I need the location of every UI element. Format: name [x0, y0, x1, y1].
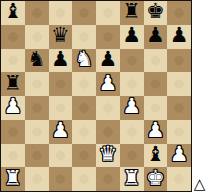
square-c2[interactable] [49, 144, 73, 168]
piece-black-pawn[interactable]: ♟ [51, 49, 70, 70]
square-f2[interactable] [120, 144, 144, 168]
square-g8[interactable]: ♚ [144, 1, 168, 25]
chess-board: ♝♜♚♛♟♟♟♞♟♞♟♜♟♟♟♟♟♛♝♟♜♜♚ [0, 0, 192, 192]
square-e6[interactable]: ♟ [96, 49, 120, 73]
square-d7[interactable] [72, 25, 96, 49]
piece-white-pawn[interactable]: ♟ [98, 73, 117, 94]
square-c7[interactable]: ♛ [49, 25, 73, 49]
square-e8[interactable] [96, 1, 120, 25]
square-a8[interactable]: ♝ [1, 1, 25, 25]
square-g3[interactable]: ♟ [144, 120, 168, 144]
piece-black-king[interactable]: ♚ [146, 1, 165, 22]
square-c8[interactable] [49, 1, 73, 25]
square-g6[interactable] [144, 49, 168, 73]
square-g1[interactable]: ♚ [144, 167, 168, 191]
piece-white-pawn[interactable]: ♟ [122, 96, 141, 117]
square-e3[interactable] [96, 120, 120, 144]
piece-black-pawn[interactable]: ♟ [170, 25, 189, 46]
square-e4[interactable] [96, 96, 120, 120]
square-b4[interactable] [25, 96, 49, 120]
square-h5[interactable] [167, 72, 191, 96]
square-f8[interactable]: ♜ [120, 1, 144, 25]
square-f3[interactable] [120, 120, 144, 144]
square-h8[interactable] [167, 1, 191, 25]
square-b3[interactable] [25, 120, 49, 144]
square-a1[interactable]: ♜ [1, 167, 25, 191]
square-h6[interactable] [167, 49, 191, 73]
square-f4[interactable]: ♟ [120, 96, 144, 120]
piece-black-knight[interactable]: ♞ [27, 49, 46, 70]
square-d1[interactable] [72, 167, 96, 191]
square-f5[interactable] [120, 72, 144, 96]
piece-white-pawn[interactable]: ♟ [51, 120, 70, 141]
square-c4[interactable] [49, 96, 73, 120]
square-f7[interactable]: ♟ [120, 25, 144, 49]
square-e1[interactable] [96, 167, 120, 191]
square-c3[interactable]: ♟ [49, 120, 73, 144]
square-h2[interactable]: ♟ [167, 144, 191, 168]
side-to-move-panel: △ [192, 0, 207, 192]
piece-white-pawn[interactable]: ♟ [146, 120, 165, 141]
square-b1[interactable] [25, 167, 49, 191]
piece-white-rook[interactable]: ♜ [3, 168, 22, 189]
square-d5[interactable] [72, 72, 96, 96]
square-d4[interactable] [72, 96, 96, 120]
square-a2[interactable] [1, 144, 25, 168]
square-b5[interactable] [25, 72, 49, 96]
square-h1[interactable] [167, 167, 191, 191]
square-a6[interactable] [1, 49, 25, 73]
piece-white-king[interactable]: ♚ [146, 168, 165, 189]
square-g5[interactable] [144, 72, 168, 96]
piece-black-bishop[interactable]: ♝ [146, 144, 165, 165]
piece-black-queen[interactable]: ♛ [51, 25, 70, 46]
piece-white-pawn[interactable]: ♟ [170, 144, 189, 165]
square-h4[interactable] [167, 96, 191, 120]
square-d6[interactable]: ♞ [72, 49, 96, 73]
square-c6[interactable]: ♟ [49, 49, 73, 73]
square-f1[interactable]: ♜ [120, 167, 144, 191]
square-c1[interactable] [49, 167, 73, 191]
square-b8[interactable] [25, 1, 49, 25]
piece-black-rook[interactable]: ♜ [122, 1, 141, 22]
square-c5[interactable] [49, 72, 73, 96]
piece-black-pawn[interactable]: ♟ [98, 49, 117, 70]
square-e7[interactable] [96, 25, 120, 49]
square-a5[interactable]: ♜ [1, 72, 25, 96]
square-g4[interactable] [144, 96, 168, 120]
square-b6[interactable]: ♞ [25, 49, 49, 73]
piece-black-pawn[interactable]: ♟ [146, 25, 165, 46]
piece-black-pawn[interactable]: ♟ [122, 25, 141, 46]
square-g7[interactable]: ♟ [144, 25, 168, 49]
square-g2[interactable]: ♝ [144, 144, 168, 168]
piece-white-pawn[interactable]: ♟ [3, 96, 22, 117]
square-d2[interactable] [72, 144, 96, 168]
square-b2[interactable] [25, 144, 49, 168]
square-a4[interactable]: ♟ [1, 96, 25, 120]
square-a3[interactable] [1, 120, 25, 144]
square-b7[interactable] [25, 25, 49, 49]
piece-white-knight[interactable]: ♞ [75, 49, 94, 70]
square-h3[interactable] [167, 120, 191, 144]
square-h7[interactable]: ♟ [167, 25, 191, 49]
square-e5[interactable]: ♟ [96, 72, 120, 96]
square-d3[interactable] [72, 120, 96, 144]
square-d8[interactable] [72, 1, 96, 25]
square-f6[interactable] [120, 49, 144, 73]
square-a7[interactable] [1, 25, 25, 49]
white-to-move-indicator: △ [194, 177, 206, 192]
piece-black-rook[interactable]: ♜ [3, 73, 22, 94]
square-e2[interactable]: ♛ [96, 144, 120, 168]
piece-black-bishop[interactable]: ♝ [3, 1, 22, 22]
piece-white-queen[interactable]: ♛ [98, 144, 117, 165]
piece-white-rook[interactable]: ♜ [122, 168, 141, 189]
